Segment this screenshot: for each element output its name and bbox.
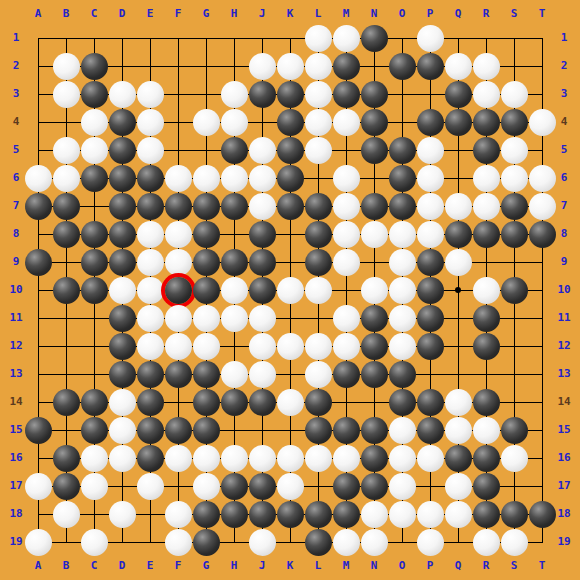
intersection-E3[interactable] [136,80,164,108]
intersection-B15[interactable] [52,416,80,444]
intersection-K3[interactable] [276,80,304,108]
intersection-E15[interactable] [136,416,164,444]
intersection-K8[interactable] [276,220,304,248]
intersection-R2[interactable] [472,52,500,80]
intersection-G14[interactable] [192,388,220,416]
intersection-F12[interactable] [164,332,192,360]
intersection-L15[interactable] [304,416,332,444]
intersection-B8[interactable] [52,220,80,248]
intersection-S12[interactable] [500,332,528,360]
intersection-F15[interactable] [164,416,192,444]
intersection-M13[interactable] [332,360,360,388]
intersection-O9[interactable] [388,248,416,276]
intersection-L7[interactable] [304,192,332,220]
intersection-E8[interactable] [136,220,164,248]
intersection-F2[interactable] [164,52,192,80]
intersection-O8[interactable] [388,220,416,248]
intersection-S8[interactable] [500,220,528,248]
intersection-E5[interactable] [136,136,164,164]
intersection-C2[interactable] [80,52,108,80]
intersection-B16[interactable] [52,444,80,472]
intersection-C8[interactable] [80,220,108,248]
intersection-Q12[interactable] [444,332,472,360]
intersection-J14[interactable] [248,388,276,416]
intersection-P7[interactable] [416,192,444,220]
intersection-F14[interactable] [164,388,192,416]
intersection-N9[interactable] [360,248,388,276]
intersection-B4[interactable] [52,108,80,136]
intersection-B19[interactable] [52,528,80,556]
intersection-G16[interactable] [192,444,220,472]
intersection-N15[interactable] [360,416,388,444]
intersection-Q8[interactable] [444,220,472,248]
intersection-N11[interactable] [360,304,388,332]
intersection-Q17[interactable] [444,472,472,500]
intersection-Q6[interactable] [444,164,472,192]
intersection-K15[interactable] [276,416,304,444]
intersection-D8[interactable] [108,220,136,248]
intersection-Q14[interactable] [444,388,472,416]
intersection-K1[interactable] [276,24,304,52]
intersection-J3[interactable] [248,80,276,108]
intersection-P11[interactable] [416,304,444,332]
intersection-N12[interactable] [360,332,388,360]
intersection-D13[interactable] [108,360,136,388]
intersection-M8[interactable] [332,220,360,248]
intersection-L10[interactable] [304,276,332,304]
intersection-R13[interactable] [472,360,500,388]
intersection-C10[interactable] [80,276,108,304]
intersection-R7[interactable] [472,192,500,220]
intersection-O2[interactable] [388,52,416,80]
intersection-J12[interactable] [248,332,276,360]
intersection-O4[interactable] [388,108,416,136]
intersection-R19[interactable] [472,528,500,556]
intersection-G1[interactable] [192,24,220,52]
intersection-D3[interactable] [108,80,136,108]
intersection-S16[interactable] [500,444,528,472]
intersection-R18[interactable] [472,500,500,528]
intersection-L4[interactable] [304,108,332,136]
intersection-P19[interactable] [416,528,444,556]
intersection-F7[interactable] [164,192,192,220]
intersection-E7[interactable] [136,192,164,220]
intersection-L13[interactable] [304,360,332,388]
intersection-Q18[interactable] [444,500,472,528]
intersection-D15[interactable] [108,416,136,444]
intersection-D6[interactable] [108,164,136,192]
intersection-Q16[interactable] [444,444,472,472]
intersection-F19[interactable] [164,528,192,556]
intersection-B12[interactable] [52,332,80,360]
intersection-E6[interactable] [136,164,164,192]
intersection-H17[interactable] [220,472,248,500]
intersection-Q3[interactable] [444,80,472,108]
intersection-C3[interactable] [80,80,108,108]
intersection-H15[interactable] [220,416,248,444]
intersection-L19[interactable] [304,528,332,556]
intersection-E2[interactable] [136,52,164,80]
intersection-M9[interactable] [332,248,360,276]
intersection-J1[interactable] [248,24,276,52]
intersection-L6[interactable] [304,164,332,192]
intersection-F18[interactable] [164,500,192,528]
intersection-O14[interactable] [388,388,416,416]
intersection-Q7[interactable] [444,192,472,220]
intersection-F3[interactable] [164,80,192,108]
intersection-S17[interactable] [500,472,528,500]
intersection-D14[interactable] [108,388,136,416]
intersection-P1[interactable] [416,24,444,52]
intersection-M18[interactable] [332,500,360,528]
intersection-F8[interactable] [164,220,192,248]
intersection-C14[interactable] [80,388,108,416]
intersection-D9[interactable] [108,248,136,276]
intersection-F6[interactable] [164,164,192,192]
intersection-B14[interactable] [52,388,80,416]
intersection-R8[interactable] [472,220,500,248]
intersection-K9[interactable] [276,248,304,276]
intersection-S13[interactable] [500,360,528,388]
intersection-B18[interactable] [52,500,80,528]
intersection-B10[interactable] [52,276,80,304]
intersection-R1[interactable] [472,24,500,52]
intersection-D4[interactable] [108,108,136,136]
intersection-K7[interactable] [276,192,304,220]
intersection-H19[interactable] [220,528,248,556]
intersection-L14[interactable] [304,388,332,416]
intersection-N14[interactable] [360,388,388,416]
intersection-R4[interactable] [472,108,500,136]
intersection-F9[interactable] [164,248,192,276]
intersection-G10[interactable] [192,276,220,304]
intersection-C6[interactable] [80,164,108,192]
intersection-L9[interactable] [304,248,332,276]
intersection-K10[interactable] [276,276,304,304]
intersection-L3[interactable] [304,80,332,108]
intersection-P18[interactable] [416,500,444,528]
intersection-Q9[interactable] [444,248,472,276]
intersection-H1[interactable] [220,24,248,52]
intersection-N2[interactable] [360,52,388,80]
intersection-Q5[interactable] [444,136,472,164]
intersection-M4[interactable] [332,108,360,136]
intersection-B1[interactable] [52,24,80,52]
intersection-S4[interactable] [500,108,528,136]
intersection-G18[interactable] [192,500,220,528]
intersection-K18[interactable] [276,500,304,528]
intersection-N3[interactable] [360,80,388,108]
intersection-M7[interactable] [332,192,360,220]
intersection-K4[interactable] [276,108,304,136]
intersection-Q1[interactable] [444,24,472,52]
intersection-H14[interactable] [220,388,248,416]
intersection-R5[interactable] [472,136,500,164]
intersection-L11[interactable] [304,304,332,332]
intersection-F10[interactable] [164,276,192,304]
intersection-G7[interactable] [192,192,220,220]
intersection-S15[interactable] [500,416,528,444]
intersection-S9[interactable] [500,248,528,276]
intersection-K12[interactable] [276,332,304,360]
intersection-D19[interactable] [108,528,136,556]
intersection-J16[interactable] [248,444,276,472]
intersection-N5[interactable] [360,136,388,164]
intersection-R9[interactable] [472,248,500,276]
intersection-P4[interactable] [416,108,444,136]
intersection-O6[interactable] [388,164,416,192]
intersection-P9[interactable] [416,248,444,276]
intersection-F16[interactable] [164,444,192,472]
intersection-C7[interactable] [80,192,108,220]
intersection-B6[interactable] [52,164,80,192]
intersection-K2[interactable] [276,52,304,80]
intersection-N1[interactable] [360,24,388,52]
intersection-Q10[interactable] [444,276,472,304]
intersection-G13[interactable] [192,360,220,388]
intersection-B9[interactable] [52,248,80,276]
intersection-H9[interactable] [220,248,248,276]
intersection-G4[interactable] [192,108,220,136]
intersection-F1[interactable] [164,24,192,52]
intersection-H4[interactable] [220,108,248,136]
intersection-D10[interactable] [108,276,136,304]
intersection-S6[interactable] [500,164,528,192]
intersection-S11[interactable] [500,304,528,332]
intersection-P15[interactable] [416,416,444,444]
intersection-R12[interactable] [472,332,500,360]
intersection-N7[interactable] [360,192,388,220]
intersection-S18[interactable] [500,500,528,528]
intersection-B3[interactable] [52,80,80,108]
intersection-D1[interactable] [108,24,136,52]
intersection-D7[interactable] [108,192,136,220]
intersection-E10[interactable] [136,276,164,304]
intersection-N10[interactable] [360,276,388,304]
intersection-S3[interactable] [500,80,528,108]
intersection-K6[interactable] [276,164,304,192]
intersection-C1[interactable] [80,24,108,52]
intersection-O17[interactable] [388,472,416,500]
intersection-P2[interactable] [416,52,444,80]
intersection-L16[interactable] [304,444,332,472]
intersection-G12[interactable] [192,332,220,360]
intersection-E18[interactable] [136,500,164,528]
intersection-B2[interactable] [52,52,80,80]
intersection-H12[interactable] [220,332,248,360]
intersection-O1[interactable] [388,24,416,52]
intersection-K14[interactable] [276,388,304,416]
intersection-P13[interactable] [416,360,444,388]
intersection-P3[interactable] [416,80,444,108]
intersection-E13[interactable] [136,360,164,388]
intersection-M1[interactable] [332,24,360,52]
intersection-J6[interactable] [248,164,276,192]
intersection-M6[interactable] [332,164,360,192]
intersection-O16[interactable] [388,444,416,472]
intersection-B7[interactable] [52,192,80,220]
intersection-B13[interactable] [52,360,80,388]
intersection-K13[interactable] [276,360,304,388]
intersection-O7[interactable] [388,192,416,220]
intersection-L5[interactable] [304,136,332,164]
intersection-E19[interactable] [136,528,164,556]
intersection-N18[interactable] [360,500,388,528]
intersection-O10[interactable] [388,276,416,304]
intersection-D18[interactable] [108,500,136,528]
intersection-S1[interactable] [500,24,528,52]
intersection-P6[interactable] [416,164,444,192]
intersection-R11[interactable] [472,304,500,332]
intersection-H3[interactable] [220,80,248,108]
intersection-M2[interactable] [332,52,360,80]
intersection-E12[interactable] [136,332,164,360]
intersection-B5[interactable] [52,136,80,164]
intersection-J15[interactable] [248,416,276,444]
intersection-N8[interactable] [360,220,388,248]
intersection-N16[interactable] [360,444,388,472]
intersection-O5[interactable] [388,136,416,164]
intersection-Q15[interactable] [444,416,472,444]
intersection-N19[interactable] [360,528,388,556]
intersection-G5[interactable] [192,136,220,164]
intersection-L2[interactable] [304,52,332,80]
intersection-C4[interactable] [80,108,108,136]
intersection-H16[interactable] [220,444,248,472]
intersection-Q4[interactable] [444,108,472,136]
intersection-N4[interactable] [360,108,388,136]
intersection-F4[interactable] [164,108,192,136]
intersection-J7[interactable] [248,192,276,220]
intersection-E1[interactable] [136,24,164,52]
intersection-H5[interactable] [220,136,248,164]
intersection-R6[interactable] [472,164,500,192]
intersection-O11[interactable] [388,304,416,332]
intersection-H8[interactable] [220,220,248,248]
intersection-N6[interactable] [360,164,388,192]
intersection-R3[interactable] [472,80,500,108]
intersection-M14[interactable] [332,388,360,416]
intersection-G6[interactable] [192,164,220,192]
intersection-J4[interactable] [248,108,276,136]
intersection-G2[interactable] [192,52,220,80]
intersection-M12[interactable] [332,332,360,360]
intersection-M16[interactable] [332,444,360,472]
intersection-K17[interactable] [276,472,304,500]
intersection-C17[interactable] [80,472,108,500]
intersection-R10[interactable] [472,276,500,304]
intersection-S7[interactable] [500,192,528,220]
intersection-M5[interactable] [332,136,360,164]
intersection-E11[interactable] [136,304,164,332]
intersection-C13[interactable] [80,360,108,388]
intersection-S19[interactable] [500,528,528,556]
intersection-C9[interactable] [80,248,108,276]
intersection-M10[interactable] [332,276,360,304]
intersection-J17[interactable] [248,472,276,500]
intersection-M15[interactable] [332,416,360,444]
intersection-P5[interactable] [416,136,444,164]
intersection-P16[interactable] [416,444,444,472]
intersection-P12[interactable] [416,332,444,360]
intersection-N13[interactable] [360,360,388,388]
intersection-G11[interactable] [192,304,220,332]
intersection-M11[interactable] [332,304,360,332]
intersection-P14[interactable] [416,388,444,416]
intersection-R14[interactable] [472,388,500,416]
intersection-G3[interactable] [192,80,220,108]
intersection-H13[interactable] [220,360,248,388]
intersection-F5[interactable] [164,136,192,164]
intersection-H18[interactable] [220,500,248,528]
intersection-J18[interactable] [248,500,276,528]
intersection-P8[interactable] [416,220,444,248]
intersection-H6[interactable] [220,164,248,192]
intersection-C18[interactable] [80,500,108,528]
intersection-L17[interactable] [304,472,332,500]
intersection-P10[interactable] [416,276,444,304]
intersection-J9[interactable] [248,248,276,276]
intersection-R16[interactable] [472,444,500,472]
intersection-G9[interactable] [192,248,220,276]
intersection-H11[interactable] [220,304,248,332]
intersection-E4[interactable] [136,108,164,136]
intersection-S10[interactable] [500,276,528,304]
intersection-O15[interactable] [388,416,416,444]
intersection-M19[interactable] [332,528,360,556]
intersection-O3[interactable] [388,80,416,108]
intersection-O18[interactable] [388,500,416,528]
intersection-H7[interactable] [220,192,248,220]
intersection-D16[interactable] [108,444,136,472]
intersection-C5[interactable] [80,136,108,164]
intersection-R15[interactable] [472,416,500,444]
intersection-K19[interactable] [276,528,304,556]
intersection-P17[interactable] [416,472,444,500]
intersection-Q11[interactable] [444,304,472,332]
intersection-J2[interactable] [248,52,276,80]
intersection-L12[interactable] [304,332,332,360]
intersection-Q19[interactable] [444,528,472,556]
intersection-M3[interactable] [332,80,360,108]
intersection-D17[interactable] [108,472,136,500]
intersection-G15[interactable] [192,416,220,444]
intersection-J19[interactable] [248,528,276,556]
intersection-K16[interactable] [276,444,304,472]
intersection-O13[interactable] [388,360,416,388]
intersection-H2[interactable] [220,52,248,80]
intersection-C15[interactable] [80,416,108,444]
intersection-E9[interactable] [136,248,164,276]
intersection-D12[interactable] [108,332,136,360]
intersection-Q2[interactable] [444,52,472,80]
intersection-J13[interactable] [248,360,276,388]
intersection-S14[interactable] [500,388,528,416]
intersection-J5[interactable] [248,136,276,164]
intersection-E14[interactable] [136,388,164,416]
intersection-R17[interactable] [472,472,500,500]
intersection-S5[interactable] [500,136,528,164]
intersection-J10[interactable] [248,276,276,304]
intersection-N17[interactable] [360,472,388,500]
intersection-F11[interactable] [164,304,192,332]
intersection-D11[interactable] [108,304,136,332]
intersection-C11[interactable] [80,304,108,332]
intersection-O12[interactable] [388,332,416,360]
intersection-G8[interactable] [192,220,220,248]
intersection-S2[interactable] [500,52,528,80]
intersection-G17[interactable] [192,472,220,500]
